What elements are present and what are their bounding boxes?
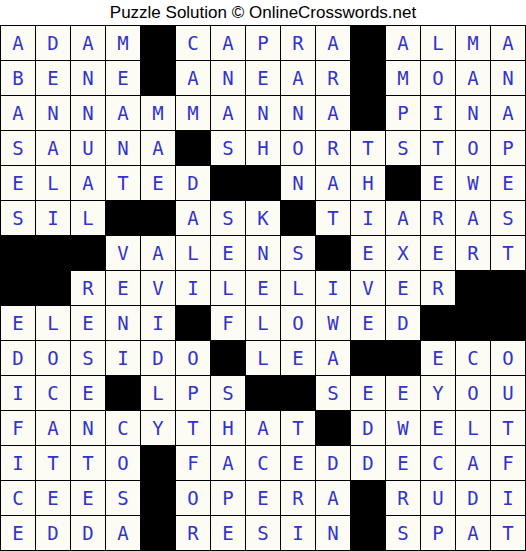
block-cell-r10c11 bbox=[351, 341, 385, 375]
letter-cell-r4c2: A bbox=[36, 131, 70, 165]
letter-cell-r9c7: F bbox=[211, 306, 245, 340]
letter-cell-r6c11: I bbox=[351, 201, 385, 235]
letter-cell-r7c7: E bbox=[211, 236, 245, 270]
letter-cell-r15c7: E bbox=[211, 516, 245, 550]
crossword-grid: ADAMCAPRAALMABENEANEARMOANANNAMMANNAPINA… bbox=[0, 25, 526, 551]
letter-cell-r11c6: P bbox=[176, 376, 210, 410]
letter-cell-r11c14: O bbox=[456, 376, 490, 410]
letter-cell-r6c13: R bbox=[421, 201, 455, 235]
letter-cell-r1c10: A bbox=[316, 26, 350, 60]
letter-cell-r8c11: V bbox=[351, 271, 385, 305]
letter-cell-r1c15: A bbox=[491, 26, 525, 60]
letter-cell-r11c11: E bbox=[351, 376, 385, 410]
block-cell-r2c5 bbox=[141, 61, 175, 95]
letter-cell-r15c12: S bbox=[386, 516, 420, 550]
page-title: Puzzle Solution © OnlineCrosswords.net bbox=[0, 0, 526, 25]
block-cell-r10c12 bbox=[386, 341, 420, 375]
letter-cell-r3c3: N bbox=[71, 96, 105, 130]
letter-cell-r2c8: E bbox=[246, 61, 280, 95]
letter-cell-r9c1: E bbox=[1, 306, 35, 340]
letter-cell-r6c15: S bbox=[491, 201, 525, 235]
letter-cell-r14c1: C bbox=[1, 481, 35, 515]
letter-cell-r9c11: E bbox=[351, 306, 385, 340]
letter-cell-r7c12: X bbox=[386, 236, 420, 270]
letter-cell-r5c15: E bbox=[491, 166, 525, 200]
letter-cell-r2c4: E bbox=[106, 61, 140, 95]
letter-cell-r14c4: S bbox=[106, 481, 140, 515]
letter-cell-r13c14: A bbox=[456, 446, 490, 480]
letter-cell-r10c14: C bbox=[456, 341, 490, 375]
letter-cell-r7c8: N bbox=[246, 236, 280, 270]
letter-cell-r11c10: S bbox=[316, 376, 350, 410]
letter-cell-r7c13: E bbox=[421, 236, 455, 270]
letter-cell-r9c12: D bbox=[386, 306, 420, 340]
letter-cell-r13c10: D bbox=[316, 446, 350, 480]
letter-cell-r10c8: L bbox=[246, 341, 280, 375]
letter-cell-r6c1: S bbox=[1, 201, 35, 235]
letter-cell-r11c7: S bbox=[211, 376, 245, 410]
block-cell-r6c5 bbox=[141, 201, 175, 235]
letter-cell-r1c14: M bbox=[456, 26, 490, 60]
letter-cell-r5c11: H bbox=[351, 166, 385, 200]
letter-cell-r14c9: R bbox=[281, 481, 315, 515]
letter-cell-r1c9: R bbox=[281, 26, 315, 60]
letter-cell-r6c3: L bbox=[71, 201, 105, 235]
letter-cell-r14c10: A bbox=[316, 481, 350, 515]
letter-cell-r10c2: O bbox=[36, 341, 70, 375]
letter-cell-r13c8: C bbox=[246, 446, 280, 480]
letter-cell-r10c6: O bbox=[176, 341, 210, 375]
letter-cell-r12c4: C bbox=[106, 411, 140, 445]
letter-cell-r5c1: E bbox=[1, 166, 35, 200]
block-cell-r14c11 bbox=[351, 481, 385, 515]
letter-cell-r9c5: I bbox=[141, 306, 175, 340]
letter-cell-r9c2: L bbox=[36, 306, 70, 340]
letter-cell-r13c15: F bbox=[491, 446, 525, 480]
letter-cell-r3c2: N bbox=[36, 96, 70, 130]
letter-cell-r4c5: A bbox=[141, 131, 175, 165]
letter-cell-r3c14: N bbox=[456, 96, 490, 130]
letter-cell-r4c10: R bbox=[316, 131, 350, 165]
letter-cell-r5c2: L bbox=[36, 166, 70, 200]
letter-cell-r8c3: R bbox=[71, 271, 105, 305]
letter-cell-r1c3: A bbox=[71, 26, 105, 60]
block-cell-r6c9 bbox=[281, 201, 315, 235]
letter-cell-r3c8: N bbox=[246, 96, 280, 130]
letter-cell-r3c10: A bbox=[316, 96, 350, 130]
letter-cell-r13c9: E bbox=[281, 446, 315, 480]
block-cell-r7c3 bbox=[71, 236, 105, 270]
letter-cell-r4c12: S bbox=[386, 131, 420, 165]
letter-cell-r14c14: D bbox=[456, 481, 490, 515]
letter-cell-r3c5: M bbox=[141, 96, 175, 130]
block-cell-r15c5 bbox=[141, 516, 175, 550]
letter-cell-r7c5: A bbox=[141, 236, 175, 270]
letter-cell-r12c11: D bbox=[351, 411, 385, 445]
letter-cell-r15c10: N bbox=[316, 516, 350, 550]
letter-cell-r10c10: A bbox=[316, 341, 350, 375]
block-cell-r1c11 bbox=[351, 26, 385, 60]
letter-cell-r5c13: E bbox=[421, 166, 455, 200]
letter-cell-r7c4: V bbox=[106, 236, 140, 270]
block-cell-r8c2 bbox=[36, 271, 70, 305]
letter-cell-r14c12: R bbox=[386, 481, 420, 515]
page: Puzzle Solution © OnlineCrosswords.net A… bbox=[0, 0, 526, 551]
block-cell-r5c7 bbox=[211, 166, 245, 200]
letter-cell-r1c7: A bbox=[211, 26, 245, 60]
letter-cell-r7c14: R bbox=[456, 236, 490, 270]
letter-cell-r12c9: T bbox=[281, 411, 315, 445]
letter-cell-r3c6: M bbox=[176, 96, 210, 130]
letter-cell-r15c2: D bbox=[36, 516, 70, 550]
letter-cell-r1c13: L bbox=[421, 26, 455, 60]
letter-cell-r8c13: R bbox=[421, 271, 455, 305]
block-cell-r6c4 bbox=[106, 201, 140, 235]
letter-cell-r6c8: K bbox=[246, 201, 280, 235]
letter-cell-r6c7: S bbox=[211, 201, 245, 235]
letter-cell-r15c8: S bbox=[246, 516, 280, 550]
letter-cell-r10c4: I bbox=[106, 341, 140, 375]
block-cell-r2c11 bbox=[351, 61, 385, 95]
letter-cell-r4c14: O bbox=[456, 131, 490, 165]
letter-cell-r11c5: L bbox=[141, 376, 175, 410]
letter-cell-r10c3: S bbox=[71, 341, 105, 375]
block-cell-r8c14 bbox=[456, 271, 490, 305]
letter-cell-r2c1: B bbox=[1, 61, 35, 95]
block-cell-r9c6 bbox=[176, 306, 210, 340]
letter-cell-r15c6: R bbox=[176, 516, 210, 550]
letter-cell-r3c7: A bbox=[211, 96, 245, 130]
letter-cell-r13c6: F bbox=[176, 446, 210, 480]
letter-cell-r8c6: I bbox=[176, 271, 210, 305]
letter-cell-r13c7: A bbox=[211, 446, 245, 480]
letter-cell-r6c2: I bbox=[36, 201, 70, 235]
letter-cell-r10c1: D bbox=[1, 341, 35, 375]
letter-cell-r8c12: E bbox=[386, 271, 420, 305]
letter-cell-r4c15: P bbox=[491, 131, 525, 165]
letter-cell-r9c4: N bbox=[106, 306, 140, 340]
letter-cell-r11c2: C bbox=[36, 376, 70, 410]
block-cell-r10c7 bbox=[211, 341, 245, 375]
block-cell-r11c9 bbox=[281, 376, 315, 410]
letter-cell-r1c1: A bbox=[1, 26, 35, 60]
letter-cell-r12c15: T bbox=[491, 411, 525, 445]
letter-cell-r7c11: E bbox=[351, 236, 385, 270]
letter-cell-r6c12: A bbox=[386, 201, 420, 235]
letter-cell-r2c15: N bbox=[491, 61, 525, 95]
letter-cell-r1c2: D bbox=[36, 26, 70, 60]
letter-cell-r2c10: R bbox=[316, 61, 350, 95]
letter-cell-r9c10: W bbox=[316, 306, 350, 340]
letter-cell-r2c3: N bbox=[71, 61, 105, 95]
letter-cell-r15c4: A bbox=[106, 516, 140, 550]
letter-cell-r12c8: A bbox=[246, 411, 280, 445]
block-cell-r11c4 bbox=[106, 376, 140, 410]
letter-cell-r13c13: C bbox=[421, 446, 455, 480]
letter-cell-r12c1: F bbox=[1, 411, 35, 445]
letter-cell-r14c6: O bbox=[176, 481, 210, 515]
letter-cell-r3c13: I bbox=[421, 96, 455, 130]
letter-cell-r5c3: A bbox=[71, 166, 105, 200]
letter-cell-r15c15: T bbox=[491, 516, 525, 550]
letter-cell-r15c3: D bbox=[71, 516, 105, 550]
block-cell-r13c5 bbox=[141, 446, 175, 480]
letter-cell-r12c6: T bbox=[176, 411, 210, 445]
letter-cell-r4c11: T bbox=[351, 131, 385, 165]
letter-cell-r15c13: P bbox=[421, 516, 455, 550]
letter-cell-r6c6: A bbox=[176, 201, 210, 235]
block-cell-r4c6 bbox=[176, 131, 210, 165]
letter-cell-r7c9: S bbox=[281, 236, 315, 270]
letter-cell-r2c14: A bbox=[456, 61, 490, 95]
letter-cell-r2c12: M bbox=[386, 61, 420, 95]
letter-cell-r5c4: T bbox=[106, 166, 140, 200]
letter-cell-r2c2: E bbox=[36, 61, 70, 95]
letter-cell-r14c15: I bbox=[491, 481, 525, 515]
letter-cell-r15c1: E bbox=[1, 516, 35, 550]
letter-cell-r10c13: E bbox=[421, 341, 455, 375]
letter-cell-r5c6: D bbox=[176, 166, 210, 200]
block-cell-r7c10 bbox=[316, 236, 350, 270]
letter-cell-r3c9: N bbox=[281, 96, 315, 130]
letter-cell-r6c14: A bbox=[456, 201, 490, 235]
letter-cell-r5c9: N bbox=[281, 166, 315, 200]
letter-cell-r1c6: C bbox=[176, 26, 210, 60]
letter-cell-r10c5: D bbox=[141, 341, 175, 375]
block-cell-r7c2 bbox=[36, 236, 70, 270]
block-cell-r14c5 bbox=[141, 481, 175, 515]
letter-cell-r1c8: P bbox=[246, 26, 280, 60]
letter-cell-r13c11: D bbox=[351, 446, 385, 480]
block-cell-r7c1 bbox=[1, 236, 35, 270]
block-cell-r11c8 bbox=[246, 376, 280, 410]
letter-cell-r4c13: T bbox=[421, 131, 455, 165]
letter-cell-r10c9: E bbox=[281, 341, 315, 375]
letter-cell-r4c4: N bbox=[106, 131, 140, 165]
letter-cell-r13c4: O bbox=[106, 446, 140, 480]
letter-cell-r4c1: S bbox=[1, 131, 35, 165]
block-cell-r9c15 bbox=[491, 306, 525, 340]
letter-cell-r8c5: V bbox=[141, 271, 175, 305]
letter-cell-r11c12: E bbox=[386, 376, 420, 410]
letter-cell-r6c10: T bbox=[316, 201, 350, 235]
block-cell-r8c1 bbox=[1, 271, 35, 305]
letter-cell-r13c1: I bbox=[1, 446, 35, 480]
letter-cell-r13c2: T bbox=[36, 446, 70, 480]
letter-cell-r12c13: E bbox=[421, 411, 455, 445]
letter-cell-r12c12: W bbox=[386, 411, 420, 445]
block-cell-r1c5 bbox=[141, 26, 175, 60]
letter-cell-r14c3: E bbox=[71, 481, 105, 515]
block-cell-r5c8 bbox=[246, 166, 280, 200]
block-cell-r9c14 bbox=[456, 306, 490, 340]
letter-cell-r2c13: O bbox=[421, 61, 455, 95]
letter-cell-r14c13: U bbox=[421, 481, 455, 515]
letter-cell-r3c4: A bbox=[106, 96, 140, 130]
letter-cell-r4c7: S bbox=[211, 131, 245, 165]
letter-cell-r2c9: A bbox=[281, 61, 315, 95]
letter-cell-r3c12: P bbox=[386, 96, 420, 130]
letter-cell-r12c7: H bbox=[211, 411, 245, 445]
letter-cell-r13c3: T bbox=[71, 446, 105, 480]
block-cell-r9c13 bbox=[421, 306, 455, 340]
letter-cell-r15c9: I bbox=[281, 516, 315, 550]
letter-cell-r11c15: U bbox=[491, 376, 525, 410]
letter-cell-r3c1: A bbox=[1, 96, 35, 130]
letter-cell-r12c14: L bbox=[456, 411, 490, 445]
letter-cell-r12c3: N bbox=[71, 411, 105, 445]
letter-cell-r15c14: A bbox=[456, 516, 490, 550]
letter-cell-r5c14: W bbox=[456, 166, 490, 200]
letter-cell-r4c9: O bbox=[281, 131, 315, 165]
letter-cell-r9c9: O bbox=[281, 306, 315, 340]
letter-cell-r9c8: L bbox=[246, 306, 280, 340]
letter-cell-r14c8: E bbox=[246, 481, 280, 515]
block-cell-r5c12 bbox=[386, 166, 420, 200]
letter-cell-r14c2: E bbox=[36, 481, 70, 515]
letter-cell-r1c4: M bbox=[106, 26, 140, 60]
letter-cell-r5c5: E bbox=[141, 166, 175, 200]
letter-cell-r9c3: E bbox=[71, 306, 105, 340]
letter-cell-r4c8: H bbox=[246, 131, 280, 165]
letter-cell-r7c15: T bbox=[491, 236, 525, 270]
letter-cell-r14c7: P bbox=[211, 481, 245, 515]
letter-cell-r12c5: Y bbox=[141, 411, 175, 445]
letter-cell-r5c10: A bbox=[316, 166, 350, 200]
letter-cell-r4c3: U bbox=[71, 131, 105, 165]
block-cell-r8c15 bbox=[491, 271, 525, 305]
letter-cell-r10c15: O bbox=[491, 341, 525, 375]
block-cell-r12c10 bbox=[316, 411, 350, 445]
letter-cell-r7c6: L bbox=[176, 236, 210, 270]
letter-cell-r8c7: L bbox=[211, 271, 245, 305]
letter-cell-r8c10: I bbox=[316, 271, 350, 305]
letter-cell-r13c12: E bbox=[386, 446, 420, 480]
letter-cell-r1c12: A bbox=[386, 26, 420, 60]
letter-cell-r12c2: A bbox=[36, 411, 70, 445]
letter-cell-r8c8: E bbox=[246, 271, 280, 305]
letter-cell-r11c13: Y bbox=[421, 376, 455, 410]
letter-cell-r2c7: N bbox=[211, 61, 245, 95]
letter-cell-r8c4: E bbox=[106, 271, 140, 305]
letter-cell-r8c9: L bbox=[281, 271, 315, 305]
letter-cell-r2c6: A bbox=[176, 61, 210, 95]
block-cell-r15c11 bbox=[351, 516, 385, 550]
block-cell-r3c11 bbox=[351, 96, 385, 130]
letter-cell-r3c15: A bbox=[491, 96, 525, 130]
letter-cell-r11c3: E bbox=[71, 376, 105, 410]
letter-cell-r11c1: I bbox=[1, 376, 35, 410]
